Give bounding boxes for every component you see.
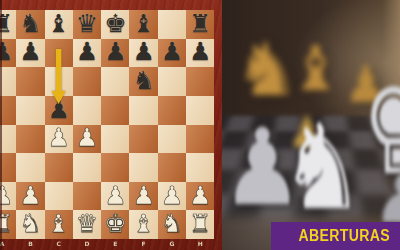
- silver-knight-icon: ♞: [280, 108, 365, 226]
- square-a1[interactable]: ♜: [0, 210, 16, 239]
- piece-wn-g1[interactable]: ♞: [161, 211, 183, 236]
- square-d3[interactable]: [73, 153, 101, 182]
- square-a6[interactable]: [0, 67, 16, 96]
- square-c2[interactable]: [45, 182, 73, 211]
- file-label-g: G: [158, 239, 186, 249]
- category-banner: ABERTURAS: [271, 222, 400, 250]
- square-f3[interactable]: [129, 153, 157, 182]
- square-d6[interactable]: [73, 67, 101, 96]
- square-a7[interactable]: ♟: [0, 39, 16, 68]
- square-d8[interactable]: ♛: [73, 10, 101, 39]
- square-f4[interactable]: [129, 125, 157, 154]
- piece-bb-f8[interactable]: ♝: [132, 11, 154, 36]
- square-g8[interactable]: [158, 10, 186, 39]
- piece-bp-f7[interactable]: ♟: [132, 39, 154, 64]
- piece-bp-h7[interactable]: ♟: [189, 39, 211, 64]
- square-h7[interactable]: ♟: [186, 39, 214, 68]
- piece-wq-d1[interactable]: ♛: [76, 211, 98, 236]
- board-frame-left-edge: [0, 0, 2, 250]
- square-g7[interactable]: ♟: [158, 39, 186, 68]
- piece-bp-e7[interactable]: ♟: [104, 39, 126, 64]
- square-e5[interactable]: [101, 96, 129, 125]
- piece-bp-b7[interactable]: ♟: [19, 39, 41, 64]
- file-label-c: C: [45, 239, 73, 249]
- square-f1[interactable]: ♝: [129, 210, 157, 239]
- square-a3[interactable]: [0, 153, 16, 182]
- piece-bb-c8[interactable]: ♝: [48, 11, 70, 36]
- square-c8[interactable]: ♝: [45, 10, 73, 39]
- square-e1[interactable]: ♚: [101, 210, 129, 239]
- square-c3[interactable]: [45, 153, 73, 182]
- square-d7[interactable]: ♟: [73, 39, 101, 68]
- chess-board: ♜♞♝♛♚♝♜♟♟♟♟♟♟♟♞♟♟♟♟♟♟♟♟♟♜♞♝♛♚♝♞♜ ABCDEFG…: [0, 0, 222, 250]
- piece-wp-h2[interactable]: ♟: [189, 183, 211, 208]
- square-h3[interactable]: [186, 153, 214, 182]
- piece-bp-d7[interactable]: ♟: [76, 39, 98, 64]
- square-g2[interactable]: ♟: [158, 182, 186, 211]
- file-label-b: B: [16, 239, 44, 249]
- piece-wb-c1[interactable]: ♝: [48, 211, 70, 236]
- piece-wp-e2[interactable]: ♟: [104, 183, 126, 208]
- square-g6[interactable]: [158, 67, 186, 96]
- square-e8[interactable]: ♚: [101, 10, 129, 39]
- piece-bp-g7[interactable]: ♟: [161, 39, 183, 64]
- square-e3[interactable]: [101, 153, 129, 182]
- piece-br-a8[interactable]: ♜: [0, 11, 13, 36]
- square-d1[interactable]: ♛: [73, 210, 101, 239]
- file-label-f: F: [129, 239, 157, 249]
- piece-wp-a2[interactable]: ♟: [0, 183, 13, 208]
- square-c7[interactable]: [45, 39, 73, 68]
- piece-wp-d4[interactable]: ♟: [76, 125, 98, 150]
- square-d5[interactable]: [73, 96, 101, 125]
- square-e6[interactable]: [101, 67, 129, 96]
- square-e2[interactable]: ♟: [101, 182, 129, 211]
- square-b1[interactable]: ♞: [16, 210, 44, 239]
- square-d2[interactable]: [73, 182, 101, 211]
- square-a8[interactable]: ♜: [0, 10, 16, 39]
- square-f6[interactable]: ♞: [129, 67, 157, 96]
- piece-wp-g2[interactable]: ♟: [161, 183, 183, 208]
- square-c1[interactable]: ♝: [45, 210, 73, 239]
- square-e4[interactable]: [101, 125, 129, 154]
- piece-wr-a1[interactable]: ♜: [0, 211, 13, 236]
- piece-bp-c5[interactable]: ♟: [48, 97, 70, 122]
- piece-bn-b8[interactable]: ♞: [19, 11, 41, 36]
- square-c6[interactable]: [45, 67, 73, 96]
- square-b3[interactable]: [16, 153, 44, 182]
- square-c4[interactable]: ♟: [45, 125, 73, 154]
- square-d4[interactable]: ♟: [73, 125, 101, 154]
- piece-bq-d8[interactable]: ♛: [76, 11, 98, 36]
- piece-bp-a7[interactable]: ♟: [0, 39, 13, 64]
- square-h8[interactable]: ♜: [186, 10, 214, 39]
- square-g5[interactable]: [158, 96, 186, 125]
- piece-bk-e8[interactable]: ♚: [104, 11, 126, 36]
- square-f7[interactable]: ♟: [129, 39, 157, 68]
- square-g3[interactable]: [158, 153, 186, 182]
- square-f2[interactable]: ♟: [129, 182, 157, 211]
- square-h6[interactable]: [186, 67, 214, 96]
- screenshot-stage: ♜♞♝♛♚♝♜♟♟♟♟♟♟♟♞♟♟♟♟♟♟♟♟♟♜♞♝♛♚♝♞♜ ABCDEFG…: [0, 0, 400, 250]
- square-g4[interactable]: [158, 125, 186, 154]
- piece-br-h8[interactable]: ♜: [189, 11, 211, 36]
- square-f8[interactable]: ♝: [129, 10, 157, 39]
- square-h1[interactable]: ♜: [186, 210, 214, 239]
- file-label-d: D: [73, 239, 101, 249]
- chess-pieces-photo: ♞ ♝ ♟ ♟ ♟ ♞ ♚ ♟: [222, 0, 400, 250]
- square-g1[interactable]: ♞: [158, 210, 186, 239]
- square-b5[interactable]: [16, 96, 44, 125]
- square-e7[interactable]: ♟: [101, 39, 129, 68]
- category-banner-label: ABERTURAS: [298, 227, 390, 245]
- file-label-a: A: [0, 239, 16, 249]
- file-label-e: E: [101, 239, 129, 249]
- piece-wr-h1[interactable]: ♜: [189, 211, 211, 236]
- piece-wk-e1[interactable]: ♚: [104, 211, 126, 236]
- square-b2[interactable]: ♟: [16, 182, 44, 211]
- piece-wb-f1[interactable]: ♝: [132, 211, 154, 236]
- wooden-bishop-icon: ♝: [288, 38, 344, 100]
- square-f5[interactable]: [129, 96, 157, 125]
- piece-wp-c4[interactable]: ♟: [48, 125, 70, 150]
- square-b6[interactable]: [16, 67, 44, 96]
- file-label-h: H: [186, 239, 214, 249]
- piece-wp-b2[interactable]: ♟: [19, 183, 41, 208]
- piece-wp-f2[interactable]: ♟: [132, 183, 154, 208]
- square-b4[interactable]: [16, 125, 44, 154]
- chess-board-grid: ♜♞♝♛♚♝♜♟♟♟♟♟♟♟♞♟♟♟♟♟♟♟♟♟♜♞♝♛♚♝♞♜: [0, 10, 214, 239]
- square-a2[interactable]: ♟: [0, 182, 16, 211]
- square-c5[interactable]: ♟: [45, 96, 73, 125]
- square-b7[interactable]: ♟: [16, 39, 44, 68]
- square-a5[interactable]: [0, 96, 16, 125]
- square-h5[interactable]: [186, 96, 214, 125]
- square-h4[interactable]: [186, 125, 214, 154]
- square-b8[interactable]: ♞: [16, 10, 44, 39]
- piece-bn-f6[interactable]: ♞: [132, 68, 154, 93]
- file-coordinates: ABCDEFGH: [0, 239, 214, 249]
- piece-wn-b1[interactable]: ♞: [19, 211, 41, 236]
- square-a4[interactable]: [0, 125, 16, 154]
- square-h2[interactable]: ♟: [186, 182, 214, 211]
